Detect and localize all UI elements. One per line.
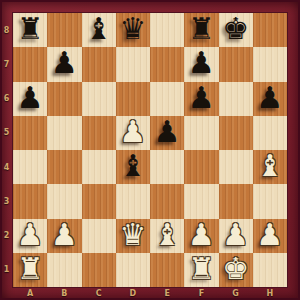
square-h4[interactable]: ♝ [253,150,287,184]
square-d8[interactable]: ♛ [116,13,150,47]
square-f3[interactable] [184,184,218,218]
square-g4[interactable] [219,150,253,184]
rank-label-3: 3 [0,184,13,218]
rank-label-7: 7 [0,47,13,81]
square-d2[interactable]: ♛ [116,219,150,253]
square-e5[interactable]: ♟ [150,116,184,150]
rank-label-8: 8 [0,13,13,47]
square-g3[interactable] [219,184,253,218]
square-d5[interactable]: ♟ [116,116,150,150]
square-a1[interactable]: ♜ [13,253,47,287]
file-label-c: C [82,287,116,300]
square-h8[interactable] [253,13,287,47]
chess-board-frame: ♜♝♛♜♚♟♟♟♟♟♟♟♝♝♟♟♛♝♟♟♟♜♜♚ 87654321ABCDEFG… [0,0,300,300]
black-pawn[interactable]: ♟ [188,48,215,78]
square-c7[interactable] [82,47,116,81]
black-rook[interactable]: ♜ [188,14,215,44]
rank-label-4: 4 [0,150,13,184]
square-f1[interactable]: ♜ [184,253,218,287]
square-g8[interactable]: ♚ [219,13,253,47]
rank-label-2: 2 [0,219,13,253]
black-pawn[interactable]: ♟ [154,117,181,147]
square-a4[interactable] [13,150,47,184]
file-label-a: A [13,287,47,300]
square-c1[interactable] [82,253,116,287]
square-b6[interactable] [47,82,81,116]
black-queen[interactable]: ♛ [119,14,146,44]
square-b1[interactable] [47,253,81,287]
rank-label-6: 6 [0,82,13,116]
file-label-h: H [253,287,287,300]
white-bishop[interactable]: ♝ [154,220,181,250]
square-c4[interactable] [82,150,116,184]
square-e7[interactable] [150,47,184,81]
square-c6[interactable] [82,82,116,116]
square-d7[interactable] [116,47,150,81]
square-b4[interactable] [47,150,81,184]
square-e6[interactable] [150,82,184,116]
square-d4[interactable]: ♝ [116,150,150,184]
square-b2[interactable]: ♟ [47,219,81,253]
square-h2[interactable]: ♟ [253,219,287,253]
square-f2[interactable]: ♟ [184,219,218,253]
black-king[interactable]: ♚ [222,14,249,44]
white-rook[interactable]: ♜ [188,254,215,284]
square-g1[interactable]: ♚ [219,253,253,287]
black-bishop[interactable]: ♝ [85,14,112,44]
black-pawn[interactable]: ♟ [51,48,78,78]
black-pawn[interactable]: ♟ [256,83,283,113]
square-d3[interactable] [116,184,150,218]
square-e8[interactable] [150,13,184,47]
square-a6[interactable]: ♟ [13,82,47,116]
file-label-d: D [116,287,150,300]
file-label-b: B [47,287,81,300]
rank-label-5: 5 [0,116,13,150]
square-g6[interactable] [219,82,253,116]
white-pawn[interactable]: ♟ [119,117,146,147]
square-b8[interactable] [47,13,81,47]
square-c3[interactable] [82,184,116,218]
square-a8[interactable]: ♜ [13,13,47,47]
square-f5[interactable] [184,116,218,150]
square-h5[interactable] [253,116,287,150]
square-f6[interactable]: ♟ [184,82,218,116]
square-d6[interactable] [116,82,150,116]
white-pawn[interactable]: ♟ [256,220,283,250]
white-pawn[interactable]: ♟ [17,220,44,250]
square-h1[interactable] [253,253,287,287]
square-e2[interactable]: ♝ [150,219,184,253]
chess-board: ♜♝♛♜♚♟♟♟♟♟♟♟♝♝♟♟♛♝♟♟♟♜♜♚ [13,13,287,287]
file-label-g: G [219,287,253,300]
square-f8[interactable]: ♜ [184,13,218,47]
square-a2[interactable]: ♟ [13,219,47,253]
square-c2[interactable] [82,219,116,253]
square-g7[interactable] [219,47,253,81]
white-pawn[interactable]: ♟ [188,220,215,250]
square-a7[interactable] [13,47,47,81]
square-c8[interactable]: ♝ [82,13,116,47]
file-label-f: F [184,287,218,300]
black-pawn[interactable]: ♟ [17,83,44,113]
square-a5[interactable] [13,116,47,150]
square-h6[interactable]: ♟ [253,82,287,116]
black-pawn[interactable]: ♟ [188,83,215,113]
square-g2[interactable]: ♟ [219,219,253,253]
square-e4[interactable] [150,150,184,184]
square-d1[interactable] [116,253,150,287]
black-bishop[interactable]: ♝ [119,151,146,181]
white-pawn[interactable]: ♟ [222,220,249,250]
white-pawn[interactable]: ♟ [51,220,78,250]
square-b3[interactable] [47,184,81,218]
square-b7[interactable]: ♟ [47,47,81,81]
white-bishop[interactable]: ♝ [256,151,283,181]
white-king[interactable]: ♚ [222,254,249,284]
square-b5[interactable] [47,116,81,150]
square-a3[interactable] [13,184,47,218]
square-e1[interactable] [150,253,184,287]
square-h7[interactable] [253,47,287,81]
white-rook[interactable]: ♜ [17,254,44,284]
black-rook[interactable]: ♜ [17,14,44,44]
square-c5[interactable] [82,116,116,150]
file-label-e: E [150,287,184,300]
square-e3[interactable] [150,184,184,218]
square-g5[interactable] [219,116,253,150]
white-queen[interactable]: ♛ [119,220,146,250]
square-f4[interactable] [184,150,218,184]
square-f7[interactable]: ♟ [184,47,218,81]
rank-label-1: 1 [0,253,13,287]
square-h3[interactable] [253,184,287,218]
